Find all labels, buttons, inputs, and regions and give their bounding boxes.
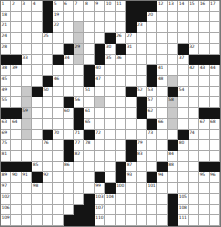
white-square[interactable] (147, 162, 157, 173)
white-square[interactable]: 52 (137, 87, 147, 98)
white-square[interactable] (168, 172, 178, 183)
white-square[interactable] (210, 87, 220, 98)
white-square[interactable] (116, 108, 126, 119)
white-square[interactable]: 111 (178, 215, 188, 226)
white-square[interactable] (22, 65, 32, 76)
white-square[interactable] (126, 205, 136, 216)
white-square[interactable] (116, 151, 126, 162)
white-square[interactable] (11, 215, 21, 226)
shaded-square[interactable] (22, 119, 32, 130)
white-square[interactable]: 40 (95, 65, 105, 76)
white-square[interactable] (74, 12, 84, 23)
white-square[interactable] (105, 76, 115, 87)
white-square[interactable]: 61 (84, 108, 94, 119)
white-square[interactable] (43, 44, 53, 55)
white-square[interactable] (116, 119, 126, 130)
white-square[interactable] (189, 172, 199, 183)
white-square[interactable] (105, 172, 115, 183)
white-square[interactable] (53, 183, 63, 194)
white-square[interactable]: 6 (64, 1, 74, 12)
white-square[interactable] (126, 65, 136, 76)
white-square[interactable] (64, 183, 74, 194)
white-square[interactable] (84, 12, 94, 23)
white-square[interactable] (147, 151, 157, 162)
white-square[interactable]: 91 (22, 172, 32, 183)
white-square[interactable] (53, 194, 63, 205)
white-square[interactable]: 3 (22, 1, 32, 12)
white-square[interactable] (126, 76, 136, 87)
white-square[interactable] (189, 215, 199, 226)
white-square[interactable] (157, 87, 167, 98)
shaded-square[interactable]: 59 (22, 108, 32, 119)
white-square[interactable]: 103 (95, 194, 105, 205)
white-square[interactable] (147, 55, 157, 66)
white-square[interactable] (105, 12, 115, 23)
white-square[interactable] (189, 22, 199, 33)
white-square[interactable] (147, 140, 157, 151)
white-square[interactable]: 27 (126, 33, 136, 44)
white-square[interactable] (126, 55, 136, 66)
white-square[interactable]: 81 (1, 151, 11, 162)
white-square[interactable]: 105 (178, 194, 188, 205)
white-square[interactable] (126, 97, 136, 108)
white-square[interactable] (116, 22, 126, 33)
white-square[interactable] (43, 183, 53, 194)
shaded-square[interactable] (22, 130, 32, 141)
white-square[interactable]: 79 (137, 140, 147, 151)
white-square[interactable]: 56 (74, 97, 84, 108)
white-square[interactable] (189, 183, 199, 194)
white-square[interactable] (157, 140, 167, 151)
white-square[interactable]: 49 (1, 87, 11, 98)
white-square[interactable]: 95 (199, 172, 209, 183)
white-square[interactable] (53, 108, 63, 119)
white-square[interactable]: 19 (53, 12, 63, 23)
white-square[interactable] (53, 151, 63, 162)
white-square[interactable] (84, 151, 94, 162)
white-square[interactable]: 84 (168, 151, 178, 162)
white-square[interactable] (189, 76, 199, 87)
white-square[interactable] (189, 97, 199, 108)
white-square[interactable] (178, 183, 188, 194)
white-square[interactable]: 66 (157, 119, 167, 130)
white-square[interactable] (157, 97, 167, 108)
white-square[interactable]: 26 (116, 33, 126, 44)
white-square[interactable]: 68 (210, 119, 220, 130)
white-square[interactable]: 80 (178, 140, 188, 151)
white-square[interactable]: 48 (157, 76, 167, 87)
white-square[interactable]: 7 (74, 1, 84, 12)
white-square[interactable]: 17 (210, 1, 220, 12)
white-square[interactable] (189, 194, 199, 205)
white-square[interactable]: 90 (11, 172, 21, 183)
white-square[interactable] (126, 215, 136, 226)
white-square[interactable] (210, 130, 220, 141)
white-square[interactable] (74, 76, 84, 87)
white-square[interactable]: 38 (1, 65, 11, 76)
white-square[interactable]: 71 (74, 130, 84, 141)
white-square[interactable] (43, 194, 53, 205)
shaded-square[interactable] (22, 87, 32, 98)
white-square[interactable] (11, 183, 21, 194)
white-square[interactable]: 85 (32, 162, 42, 173)
white-square[interactable] (116, 65, 126, 76)
white-square[interactable]: 109 (1, 215, 11, 226)
white-square[interactable] (116, 12, 126, 23)
white-square[interactable] (32, 119, 42, 130)
white-square[interactable] (178, 22, 188, 33)
white-square[interactable] (189, 87, 199, 98)
white-square[interactable]: 44 (210, 65, 220, 76)
white-square[interactable]: 89 (1, 172, 11, 183)
white-square[interactable] (74, 65, 84, 76)
white-square[interactable]: 25 (43, 33, 53, 44)
white-square[interactable] (74, 183, 84, 194)
white-square[interactable] (157, 44, 167, 55)
white-square[interactable] (22, 140, 32, 151)
white-square[interactable] (64, 65, 74, 76)
white-square[interactable] (22, 44, 32, 55)
white-square[interactable] (105, 151, 115, 162)
white-square[interactable] (64, 130, 74, 141)
white-square[interactable] (74, 172, 84, 183)
white-square[interactable] (11, 12, 21, 23)
white-square[interactable] (84, 44, 94, 55)
white-square[interactable]: 50 (43, 87, 53, 98)
shaded-square[interactable] (168, 76, 178, 87)
white-square[interactable] (137, 215, 147, 226)
white-square[interactable]: 35 (105, 55, 115, 66)
white-square[interactable] (53, 162, 63, 173)
white-square[interactable] (105, 215, 115, 226)
white-square[interactable]: 82 (74, 151, 84, 162)
white-square[interactable] (147, 194, 157, 205)
shaded-square[interactable] (22, 97, 32, 108)
white-square[interactable]: 24 (1, 33, 11, 44)
white-square[interactable] (168, 183, 178, 194)
white-square[interactable] (95, 151, 105, 162)
white-square[interactable] (157, 55, 167, 66)
white-square[interactable]: 102 (1, 194, 11, 205)
white-square[interactable]: 53 (147, 87, 157, 98)
white-square[interactable] (137, 55, 147, 66)
white-square[interactable] (137, 76, 147, 87)
white-square[interactable] (64, 194, 74, 205)
white-square[interactable] (32, 76, 42, 87)
white-square[interactable]: 51 (84, 87, 94, 98)
white-square[interactable] (210, 76, 220, 87)
white-square[interactable] (168, 33, 178, 44)
white-square[interactable] (53, 97, 63, 108)
white-square[interactable] (84, 33, 94, 44)
white-square[interactable] (199, 97, 209, 108)
white-square[interactable]: 14 (178, 1, 188, 12)
white-square[interactable]: 83 (137, 151, 147, 162)
white-square[interactable] (116, 194, 126, 205)
white-square[interactable] (137, 119, 147, 130)
white-square[interactable] (32, 108, 42, 119)
white-square[interactable] (105, 119, 115, 130)
white-square[interactable] (53, 33, 63, 44)
white-square[interactable] (11, 205, 21, 216)
white-square[interactable]: 1 (1, 1, 11, 12)
white-square[interactable]: 22 (53, 22, 63, 33)
white-square[interactable] (126, 130, 136, 141)
shaded-square[interactable] (74, 22, 84, 33)
white-square[interactable]: 78 (84, 140, 94, 151)
white-square[interactable] (53, 172, 63, 183)
white-square[interactable] (157, 205, 167, 216)
white-square[interactable]: 70 (53, 130, 63, 141)
white-square[interactable] (199, 33, 209, 44)
white-square[interactable] (43, 162, 53, 173)
white-square[interactable] (147, 215, 157, 226)
white-square[interactable] (11, 130, 21, 141)
white-square[interactable] (105, 205, 115, 216)
white-square[interactable]: 73 (147, 130, 157, 141)
white-square[interactable] (95, 119, 105, 130)
white-square[interactable] (210, 22, 220, 33)
white-square[interactable] (43, 108, 53, 119)
white-square[interactable] (157, 130, 167, 141)
white-square[interactable] (22, 194, 32, 205)
white-square[interactable] (189, 151, 199, 162)
shaded-square[interactable]: 58 (168, 97, 178, 108)
white-square[interactable] (32, 22, 42, 33)
white-square[interactable]: 30 (105, 44, 115, 55)
white-square[interactable] (22, 215, 32, 226)
white-square[interactable]: 101 (147, 183, 157, 194)
shaded-square[interactable] (74, 55, 84, 66)
white-square[interactable] (64, 119, 74, 130)
white-square[interactable] (210, 44, 220, 55)
white-square[interactable] (53, 119, 63, 130)
white-square[interactable] (178, 97, 188, 108)
white-square[interactable] (95, 87, 105, 98)
white-square[interactable] (137, 65, 147, 76)
white-square[interactable] (137, 183, 147, 194)
white-square[interactable] (157, 215, 167, 226)
white-square[interactable] (199, 44, 209, 55)
white-square[interactable] (22, 76, 32, 87)
white-square[interactable] (64, 172, 74, 183)
white-square[interactable] (105, 130, 115, 141)
white-square[interactable] (84, 162, 94, 173)
white-square[interactable]: 43 (199, 65, 209, 76)
white-square[interactable] (43, 97, 53, 108)
white-square[interactable] (105, 87, 115, 98)
white-square[interactable] (116, 97, 126, 108)
white-square[interactable]: 41 (157, 65, 167, 76)
white-square[interactable] (210, 205, 220, 216)
white-square[interactable] (64, 205, 74, 216)
white-square[interactable] (43, 151, 53, 162)
white-square[interactable] (22, 205, 32, 216)
white-square[interactable]: 104 (105, 194, 115, 205)
white-square[interactable] (178, 172, 188, 183)
white-square[interactable]: 39 (11, 65, 21, 76)
white-square[interactable]: 110 (95, 215, 105, 226)
white-square[interactable]: 87 (126, 162, 136, 173)
white-square[interactable] (11, 140, 21, 151)
white-square[interactable] (64, 76, 74, 87)
white-square[interactable] (11, 97, 21, 108)
white-square[interactable]: 2 (11, 1, 21, 12)
white-square[interactable] (74, 194, 84, 205)
white-square[interactable] (11, 33, 21, 44)
white-square[interactable] (32, 130, 42, 141)
white-square[interactable]: 97 (1, 183, 11, 194)
white-square[interactable] (32, 194, 42, 205)
white-square[interactable] (178, 162, 188, 173)
white-square[interactable] (53, 65, 63, 76)
white-square[interactable] (137, 194, 147, 205)
white-square[interactable]: 108 (178, 205, 188, 216)
white-square[interactable]: 32 (189, 44, 199, 55)
white-square[interactable] (126, 194, 136, 205)
white-square[interactable] (22, 183, 32, 194)
white-square[interactable] (189, 12, 199, 23)
white-square[interactable] (168, 12, 178, 23)
white-square[interactable]: 13 (168, 1, 178, 12)
white-square[interactable] (11, 44, 21, 55)
white-square[interactable] (157, 108, 167, 119)
white-square[interactable] (157, 151, 167, 162)
white-square[interactable]: 34 (64, 55, 74, 66)
white-square[interactable] (116, 205, 126, 216)
white-square[interactable]: 100 (116, 183, 126, 194)
white-square[interactable] (32, 215, 42, 226)
white-square[interactable] (105, 140, 115, 151)
white-square[interactable] (178, 151, 188, 162)
white-square[interactable]: 4 (32, 1, 42, 12)
white-square[interactable]: 42 (189, 65, 199, 76)
white-square[interactable] (137, 172, 147, 183)
white-square[interactable] (147, 22, 157, 33)
white-square[interactable] (137, 44, 147, 55)
white-square[interactable] (189, 140, 199, 151)
white-square[interactable] (210, 215, 220, 226)
white-square[interactable]: 60 (64, 108, 74, 119)
white-square[interactable] (43, 65, 53, 76)
white-square[interactable] (64, 33, 74, 44)
white-square[interactable]: 72 (95, 130, 105, 141)
white-square[interactable]: 20 (147, 12, 157, 23)
white-square[interactable] (178, 108, 188, 119)
white-square[interactable] (199, 194, 209, 205)
white-square[interactable]: 98 (32, 183, 42, 194)
white-square[interactable] (199, 130, 209, 141)
white-square[interactable]: 92 (43, 172, 53, 183)
white-square[interactable]: 55 (1, 97, 11, 108)
white-square[interactable] (178, 12, 188, 23)
white-square[interactable] (168, 22, 178, 33)
white-square[interactable] (11, 22, 21, 33)
white-square[interactable]: 36 (116, 55, 126, 66)
white-square[interactable] (199, 183, 209, 194)
white-square[interactable] (157, 22, 167, 33)
white-square[interactable] (199, 205, 209, 216)
white-square[interactable]: 106 (1, 205, 11, 216)
white-square[interactable] (199, 12, 209, 23)
shaded-square[interactable] (95, 97, 105, 108)
white-square[interactable]: 31 (126, 44, 136, 55)
white-square[interactable] (95, 22, 105, 33)
white-square[interactable]: 62 (147, 108, 157, 119)
shaded-square[interactable] (168, 119, 178, 130)
white-square[interactable]: 18 (1, 12, 11, 23)
white-square[interactable] (53, 44, 63, 55)
white-square[interactable] (199, 215, 209, 226)
white-square[interactable] (168, 65, 178, 76)
white-square[interactable] (178, 65, 188, 76)
white-square[interactable] (105, 65, 115, 76)
white-square[interactable] (126, 119, 136, 130)
white-square[interactable]: 69 (1, 130, 11, 141)
white-square[interactable] (189, 33, 199, 44)
white-square[interactable] (64, 22, 74, 33)
white-square[interactable] (43, 215, 53, 226)
white-square[interactable]: 46 (53, 76, 63, 87)
white-square[interactable] (147, 44, 157, 55)
white-square[interactable] (189, 108, 199, 119)
shaded-square[interactable] (168, 108, 178, 119)
white-square[interactable]: 33 (22, 55, 32, 66)
white-square[interactable] (32, 44, 42, 55)
white-square[interactable] (199, 76, 209, 87)
white-square[interactable]: 107 (95, 205, 105, 216)
white-square[interactable]: 8 (84, 1, 94, 12)
white-square[interactable] (11, 151, 21, 162)
white-square[interactable] (84, 55, 94, 66)
white-square[interactable] (157, 33, 167, 44)
white-square[interactable]: 74 (189, 130, 199, 141)
white-square[interactable] (116, 215, 126, 226)
white-square[interactable] (53, 87, 63, 98)
white-square[interactable] (11, 194, 21, 205)
white-square[interactable] (53, 140, 63, 151)
white-square[interactable] (84, 97, 94, 108)
white-square[interactable] (178, 76, 188, 87)
white-square[interactable] (147, 33, 157, 44)
white-square[interactable] (11, 76, 21, 87)
white-square[interactable] (199, 151, 209, 162)
white-square[interactable]: 54 (178, 87, 188, 98)
white-square[interactable] (126, 108, 136, 119)
white-square[interactable] (32, 97, 42, 108)
white-square[interactable] (84, 172, 94, 183)
white-square[interactable]: 96 (210, 172, 220, 183)
white-square[interactable] (95, 140, 105, 151)
white-square[interactable] (32, 55, 42, 66)
white-square[interactable] (199, 87, 209, 98)
white-square[interactable]: 16 (199, 1, 209, 12)
white-square[interactable] (116, 140, 126, 151)
white-square[interactable] (95, 33, 105, 44)
white-square[interactable]: 9 (95, 1, 105, 12)
white-square[interactable] (43, 55, 53, 66)
white-square[interactable] (64, 12, 74, 23)
white-square[interactable]: 93 (126, 172, 136, 183)
white-square[interactable] (126, 183, 136, 194)
white-square[interactable]: 5 (53, 1, 63, 12)
white-square[interactable] (210, 33, 220, 44)
white-square[interactable] (137, 130, 147, 141)
white-square[interactable] (105, 97, 115, 108)
white-square[interactable] (189, 205, 199, 216)
white-square[interactable] (74, 162, 84, 173)
white-square[interactable]: 64 (11, 119, 21, 130)
